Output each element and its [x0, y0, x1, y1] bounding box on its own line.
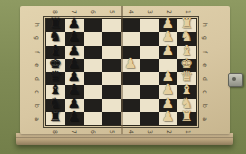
file-label-right-h: h [200, 20, 210, 30]
rank-label-bottom-6: 6 [88, 127, 98, 137]
square-a3[interactable] [140, 112, 159, 125]
white-rook-h1[interactable]: ♜ [180, 17, 193, 30]
file-label-right-f: f [200, 47, 210, 57]
square-c4[interactable] [121, 85, 140, 98]
square-a8[interactable]: ♜ [46, 112, 65, 125]
square-f5[interactable] [102, 46, 121, 59]
rank-label-bottom-1: 1 [183, 127, 193, 137]
square-b1[interactable]: ♞ [177, 99, 196, 112]
black-queen-d8[interactable]: ♛ [49, 70, 62, 83]
white-king-e1[interactable]: ♚ [180, 57, 193, 70]
square-d6[interactable] [84, 72, 103, 85]
white-pawn-g2[interactable]: ♟ [162, 30, 175, 43]
square-h7[interactable]: ♟ [65, 19, 84, 32]
square-b7[interactable]: ♟ [65, 99, 84, 112]
rank-label-bottom-4: 4 [126, 127, 136, 137]
square-b3[interactable] [140, 99, 159, 112]
white-knight-b1[interactable]: ♞ [180, 97, 193, 110]
square-e7[interactable]: ♟ [65, 59, 84, 72]
square-e8[interactable]: ♚ [46, 59, 65, 72]
square-f8[interactable]: ♝ [46, 46, 65, 59]
square-a4[interactable] [121, 112, 140, 125]
black-king-e8[interactable]: ♚ [49, 57, 62, 70]
rank-label-top-4: 4 [126, 7, 136, 17]
rank-label-top-3: 3 [145, 7, 155, 17]
square-e6[interactable] [84, 59, 103, 72]
rank-label-bottom-3: 3 [145, 127, 155, 137]
square-d1[interactable]: ♛ [177, 72, 196, 85]
file-label-right-c: c [200, 87, 210, 97]
square-g8[interactable]: ♞ [46, 32, 65, 45]
black-knight-b8[interactable]: ♞ [49, 97, 62, 110]
square-a7[interactable]: ♟ [65, 112, 84, 125]
square-g5[interactable] [102, 32, 121, 45]
square-d5[interactable] [102, 72, 121, 85]
white-pawn-h2[interactable]: ♟ [162, 17, 175, 30]
square-f4[interactable] [121, 46, 140, 59]
square-e1[interactable]: ♚ [177, 59, 196, 72]
black-rook-h8[interactable]: ♜ [49, 17, 62, 30]
file-label-left-a: a [32, 114, 42, 124]
square-d7[interactable]: ♟ [65, 72, 84, 85]
square-a1[interactable]: ♜ [177, 112, 196, 125]
black-bishop-c8[interactable]: ♝ [49, 83, 62, 96]
square-h1[interactable]: ♜ [177, 19, 196, 32]
white-pawn-e4[interactable]: ♟ [124, 57, 137, 70]
square-c3[interactable] [140, 85, 159, 98]
square-g3[interactable] [140, 32, 159, 45]
square-a6[interactable] [84, 112, 103, 125]
square-h8[interactable]: ♜ [46, 19, 65, 32]
black-pawn-f7[interactable]: ♟ [68, 44, 81, 57]
square-e4[interactable]: ♟ [121, 59, 140, 72]
file-label-right-a: a [200, 114, 210, 124]
file-label-left-c: c [32, 87, 42, 97]
square-g2[interactable]: ♟ [159, 32, 178, 45]
file-label-right-d: d [200, 74, 210, 84]
black-pawn-e7[interactable]: ♟ [68, 57, 81, 70]
rank-label-top-8: 8 [50, 7, 60, 17]
file-label-left-f: f [32, 47, 42, 57]
file-label-right-e: e [200, 60, 210, 70]
black-pawn-g7[interactable]: ♟ [68, 30, 81, 43]
black-pawn-h7[interactable]: ♟ [68, 17, 81, 30]
square-d3[interactable] [140, 72, 159, 85]
file-label-right-b: b [200, 101, 210, 111]
square-e3[interactable] [140, 59, 159, 72]
rank-label-top-6: 6 [88, 7, 98, 17]
white-rook-a1[interactable]: ♜ [180, 110, 193, 123]
square-f3[interactable] [140, 46, 159, 59]
black-bishop-f8[interactable]: ♝ [49, 44, 62, 57]
square-b2[interactable]: ♟ [159, 99, 178, 112]
black-pawn-c7[interactable]: ♟ [68, 83, 81, 96]
white-knight-g1[interactable]: ♞ [180, 30, 193, 43]
rank-label-top-1: 1 [183, 7, 193, 17]
board-clasp-latch[interactable] [228, 73, 243, 87]
board-front-edge [16, 133, 233, 145]
square-c8[interactable]: ♝ [46, 85, 65, 98]
square-c6[interactable] [84, 85, 103, 98]
white-pawn-d2[interactable]: ♟ [162, 70, 175, 83]
square-g6[interactable] [84, 32, 103, 45]
square-f6[interactable] [84, 46, 103, 59]
square-d8[interactable]: ♛ [46, 72, 65, 85]
black-pawn-d7[interactable]: ♟ [68, 70, 81, 83]
rank-label-bottom-5: 5 [107, 127, 117, 137]
white-queen-d1[interactable]: ♛ [180, 70, 193, 83]
black-pawn-b7[interactable]: ♟ [68, 97, 81, 110]
white-bishop-f1[interactable]: ♝ [180, 44, 193, 57]
rank-label-top-7: 7 [69, 7, 79, 17]
white-bishop-c1[interactable]: ♝ [180, 83, 193, 96]
white-pawn-b2[interactable]: ♟ [162, 97, 175, 110]
black-pawn-a7[interactable]: ♟ [68, 110, 81, 123]
black-knight-g8[interactable]: ♞ [49, 30, 62, 43]
chess-board: ♜♟♟♜♞♟♟♞♝♟♟♝♚♟♟♚♛♟♟♛♝♟♟♝♞♟♟♞♜♟♟♜ hhggffe… [20, 6, 230, 134]
rank-label-top-5: 5 [107, 7, 117, 17]
square-f2[interactable]: ♟ [159, 46, 178, 59]
black-rook-a8[interactable]: ♜ [49, 110, 62, 123]
square-c7[interactable]: ♟ [65, 85, 84, 98]
board-fold-seam [121, 6, 123, 134]
rank-label-bottom-7: 7 [69, 127, 79, 137]
square-e2[interactable] [159, 59, 178, 72]
square-g4[interactable] [121, 32, 140, 45]
square-h4[interactable] [121, 19, 140, 32]
square-h2[interactable]: ♟ [159, 19, 178, 32]
file-label-left-e: e [32, 60, 42, 70]
board-front-seam [16, 137, 233, 138]
square-f7[interactable]: ♟ [65, 46, 84, 59]
square-b4[interactable] [121, 99, 140, 112]
square-h6[interactable] [84, 19, 103, 32]
square-b6[interactable] [84, 99, 103, 112]
square-e5[interactable] [102, 59, 121, 72]
white-pawn-f2[interactable]: ♟ [162, 44, 175, 57]
square-c2[interactable]: ♟ [159, 85, 178, 98]
rank-label-top-2: 2 [164, 7, 174, 17]
square-b8[interactable]: ♞ [46, 99, 65, 112]
white-pawn-c2[interactable]: ♟ [162, 83, 175, 96]
square-d4[interactable] [121, 72, 140, 85]
square-f1[interactable]: ♝ [177, 46, 196, 59]
square-h3[interactable] [140, 19, 159, 32]
clasp-pin-icon [232, 77, 236, 81]
square-c5[interactable] [102, 85, 121, 98]
file-label-left-d: d [32, 74, 42, 84]
rank-label-bottom-2: 2 [164, 127, 174, 137]
square-h5[interactable] [102, 19, 121, 32]
square-a5[interactable] [102, 112, 121, 125]
file-label-right-g: g [200, 33, 210, 43]
file-label-left-g: g [32, 33, 42, 43]
square-a2[interactable]: ♟ [159, 112, 178, 125]
square-b5[interactable] [102, 99, 121, 112]
square-g1[interactable]: ♞ [177, 32, 196, 45]
white-pawn-a2[interactable]: ♟ [162, 110, 175, 123]
file-label-left-b: b [32, 101, 42, 111]
chess-photo-scene: ♜♟♟♜♞♟♟♞♝♟♟♝♚♟♟♚♛♟♟♛♝♟♟♝♞♟♟♞♜♟♟♜ hhggffe… [0, 0, 246, 154]
square-c1[interactable]: ♝ [177, 85, 196, 98]
square-g7[interactable]: ♟ [65, 32, 84, 45]
file-label-left-h: h [32, 20, 42, 30]
square-d2[interactable]: ♟ [159, 72, 178, 85]
rank-label-bottom-8: 8 [50, 127, 60, 137]
